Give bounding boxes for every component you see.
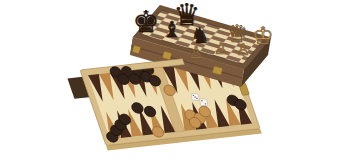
chess-piece-light-pawn: ♙ — [214, 39, 228, 58]
case-clasp-left — [132, 45, 141, 54]
chess-piece-light-king: ♔ — [252, 22, 274, 50]
chess-piece-dark-bishop: ♝ — [162, 17, 182, 42]
chess-piece-light-pawn: ♙ — [189, 43, 203, 62]
product-photo: ♚♛♝♞♕♔♙♙♙ — [0, 0, 344, 165]
chess-piece-light-pawn: ♙ — [236, 40, 250, 59]
die-2 — [200, 99, 208, 106]
scene-canvas: ♚♛♝♞♕♔♙♙♙ — [0, 0, 344, 165]
chess-piece-dark-king: ♚ — [133, 4, 160, 39]
